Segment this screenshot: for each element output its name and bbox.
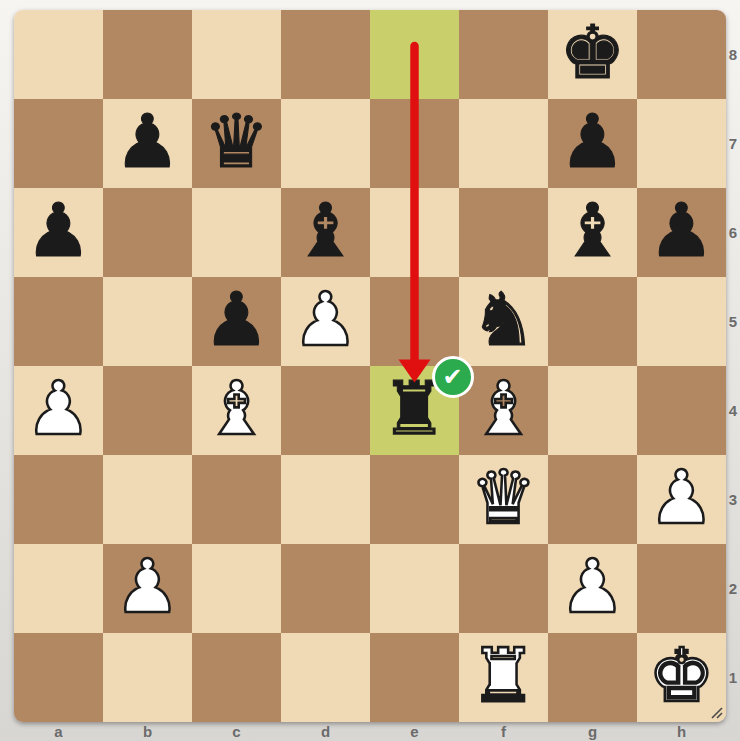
square-b3[interactable] [103, 455, 192, 544]
square-g3[interactable] [548, 455, 637, 544]
square-b6[interactable] [103, 188, 192, 277]
square-d1[interactable] [281, 633, 370, 722]
piece-white-pawn-a4[interactable]: ♟ [25, 371, 91, 451]
square-f5[interactable]: ♞ [459, 277, 548, 366]
square-c3[interactable] [192, 455, 281, 544]
square-a2[interactable] [14, 544, 103, 633]
piece-black-pawn-c5[interactable]: ♟ [203, 282, 269, 362]
rank-label-7: 7 [726, 99, 740, 188]
piece-black-pawn-b7[interactable]: ♟ [114, 104, 180, 184]
resize-handle-icon[interactable] [709, 705, 723, 719]
square-g1[interactable] [548, 633, 637, 722]
square-c5[interactable]: ♟ [192, 277, 281, 366]
file-label-g: g [548, 722, 637, 741]
square-c6[interactable] [192, 188, 281, 277]
rank-label-2: 2 [726, 544, 740, 633]
file-label-d: d [281, 722, 370, 741]
piece-white-rook-f1[interactable]: ♜ [470, 638, 536, 718]
rank-label-6: 6 [726, 188, 740, 277]
square-e2[interactable] [370, 544, 459, 633]
square-f3[interactable]: ♛ [459, 455, 548, 544]
square-f8[interactable] [459, 10, 548, 99]
file-label-f: f [459, 722, 548, 741]
square-c4[interactable]: ♝ [192, 366, 281, 455]
square-e3[interactable] [370, 455, 459, 544]
rank-label-3: 3 [726, 455, 740, 544]
square-b4[interactable] [103, 366, 192, 455]
rank-label-5: 5 [726, 277, 740, 366]
square-d8[interactable] [281, 10, 370, 99]
piece-black-king-g8[interactable]: ♚ [559, 15, 625, 95]
square-d3[interactable] [281, 455, 370, 544]
square-h8[interactable] [637, 10, 726, 99]
piece-black-pawn-g7[interactable]: ♟ [559, 104, 625, 184]
square-a5[interactable] [14, 277, 103, 366]
rank-label-4: 4 [726, 366, 740, 455]
square-h6[interactable]: ♟ [637, 188, 726, 277]
piece-white-pawn-g2[interactable]: ♟ [559, 549, 625, 629]
piece-white-pawn-h3[interactable]: ♟ [648, 460, 714, 540]
square-g2[interactable]: ♟ [548, 544, 637, 633]
square-f2[interactable] [459, 544, 548, 633]
square-b1[interactable] [103, 633, 192, 722]
piece-black-knight-f5[interactable]: ♞ [470, 282, 536, 362]
square-e1[interactable] [370, 633, 459, 722]
chess-board: ♚♟♛♟♟♝♝♟♟♟♞♟♝♜♝♛♟♟♟♜♚ ✔ [14, 10, 726, 722]
square-h2[interactable] [637, 544, 726, 633]
rank-label-1: 1 [726, 633, 740, 722]
piece-black-queen-c7[interactable]: ♛ [203, 104, 269, 184]
piece-black-pawn-h6[interactable]: ♟ [648, 193, 714, 273]
square-g4[interactable] [548, 366, 637, 455]
square-e7[interactable] [370, 99, 459, 188]
file-labels: abcdefgh [14, 722, 726, 741]
piece-black-bishop-g6[interactable]: ♝ [559, 193, 625, 273]
square-a3[interactable] [14, 455, 103, 544]
square-b7[interactable]: ♟ [103, 99, 192, 188]
square-h5[interactable] [637, 277, 726, 366]
square-e6[interactable] [370, 188, 459, 277]
rank-labels: 87654321 [726, 10, 740, 722]
board-squares: ♚♟♛♟♟♝♝♟♟♟♞♟♝♜♝♛♟♟♟♜♚ [14, 10, 726, 722]
best-move-checkmark-icon: ✔ [432, 356, 474, 398]
square-g8[interactable]: ♚ [548, 10, 637, 99]
piece-white-pawn-d5[interactable]: ♟ [292, 282, 358, 362]
square-h7[interactable] [637, 99, 726, 188]
piece-black-bishop-d6[interactable]: ♝ [292, 193, 358, 273]
piece-white-pawn-b2[interactable]: ♟ [114, 549, 180, 629]
square-g7[interactable]: ♟ [548, 99, 637, 188]
square-g6[interactable]: ♝ [548, 188, 637, 277]
square-c8[interactable] [192, 10, 281, 99]
square-e8[interactable] [370, 10, 459, 99]
square-b8[interactable] [103, 10, 192, 99]
file-label-c: c [192, 722, 281, 741]
square-f1[interactable]: ♜ [459, 633, 548, 722]
square-g5[interactable] [548, 277, 637, 366]
square-a7[interactable] [14, 99, 103, 188]
file-label-e: e [370, 722, 459, 741]
piece-white-bishop-c4[interactable]: ♝ [203, 371, 269, 451]
piece-white-king-h1[interactable]: ♚ [648, 638, 714, 718]
square-c1[interactable] [192, 633, 281, 722]
square-a4[interactable]: ♟ [14, 366, 103, 455]
square-d7[interactable] [281, 99, 370, 188]
square-a8[interactable] [14, 10, 103, 99]
piece-white-bishop-f4[interactable]: ♝ [470, 371, 536, 451]
square-b2[interactable]: ♟ [103, 544, 192, 633]
square-f6[interactable] [459, 188, 548, 277]
square-d6[interactable]: ♝ [281, 188, 370, 277]
square-c2[interactable] [192, 544, 281, 633]
square-c7[interactable]: ♛ [192, 99, 281, 188]
file-label-a: a [14, 722, 103, 741]
square-h3[interactable]: ♟ [637, 455, 726, 544]
square-f7[interactable] [459, 99, 548, 188]
square-d5[interactable]: ♟ [281, 277, 370, 366]
square-d4[interactable] [281, 366, 370, 455]
square-e5[interactable] [370, 277, 459, 366]
square-d2[interactable] [281, 544, 370, 633]
square-b5[interactable] [103, 277, 192, 366]
square-a6[interactable]: ♟ [14, 188, 103, 277]
square-a1[interactable] [14, 633, 103, 722]
square-h4[interactable] [637, 366, 726, 455]
piece-white-queen-f3[interactable]: ♛ [470, 460, 536, 540]
piece-black-pawn-a6[interactable]: ♟ [25, 193, 91, 273]
rank-label-8: 8 [726, 10, 740, 99]
file-label-b: b [103, 722, 192, 741]
file-label-h: h [637, 722, 726, 741]
